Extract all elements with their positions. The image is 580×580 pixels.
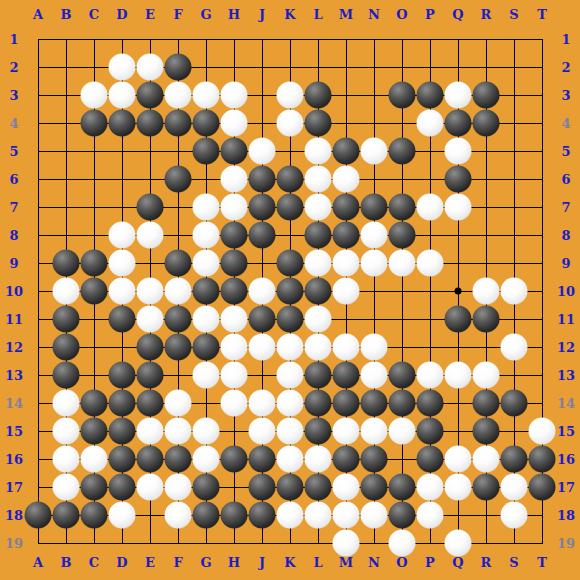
white-stone-N9 (361, 250, 388, 277)
black-stone-D14 (109, 390, 136, 417)
black-stone-K7 (277, 194, 304, 221)
black-stone-S16 (501, 446, 528, 473)
row-label-right-16: 16 (557, 452, 575, 467)
black-stone-M7 (333, 194, 360, 221)
col-label-top-G: G (200, 7, 211, 22)
col-label-top-Q: Q (452, 7, 463, 22)
white-stone-J10 (249, 278, 276, 305)
white-stone-S10 (501, 278, 528, 305)
white-stone-N15 (361, 418, 388, 445)
row-label-left-16: 16 (5, 452, 23, 467)
col-label-bottom-L: L (313, 555, 322, 570)
white-stone-J12 (249, 334, 276, 361)
row-label-left-11: 11 (5, 312, 23, 327)
black-stone-J17 (249, 474, 276, 501)
black-stone-B13 (53, 362, 80, 389)
black-stone-Q6 (445, 166, 472, 193)
white-stone-R10 (473, 278, 500, 305)
white-stone-P18 (417, 502, 444, 529)
black-stone-G4 (193, 110, 220, 137)
white-stone-G15 (193, 418, 220, 445)
row-label-left-8: 8 (9, 228, 18, 243)
black-stone-E13 (137, 362, 164, 389)
row-label-left-4: 4 (9, 116, 18, 131)
black-stone-E16 (137, 446, 164, 473)
white-stone-C3 (81, 82, 108, 109)
col-label-top-A: A (33, 7, 43, 22)
black-stone-E12 (137, 334, 164, 361)
row-label-left-12: 12 (5, 340, 23, 355)
white-stone-G3 (193, 82, 220, 109)
black-stone-Q11 (445, 306, 472, 333)
white-stone-F3 (165, 82, 192, 109)
black-stone-C17 (81, 474, 108, 501)
white-stone-E10 (137, 278, 164, 305)
white-stone-Q17 (445, 474, 472, 501)
white-stone-H14 (221, 390, 248, 417)
black-stone-K17 (277, 474, 304, 501)
black-stone-H8 (221, 222, 248, 249)
white-stone-E2 (137, 54, 164, 81)
white-stone-L6 (305, 166, 332, 193)
white-stone-D9 (109, 250, 136, 277)
white-stone-Q7 (445, 194, 472, 221)
black-stone-C9 (81, 250, 108, 277)
white-stone-B16 (53, 446, 80, 473)
col-label-top-F: F (173, 7, 182, 22)
white-stone-K3 (277, 82, 304, 109)
col-label-top-O: O (396, 7, 407, 22)
col-label-bottom-M: M (339, 555, 353, 570)
black-stone-L4 (305, 110, 332, 137)
col-label-top-J: J (259, 7, 265, 22)
row-label-left-1: 1 (9, 32, 18, 47)
white-stone-L16 (305, 446, 332, 473)
black-stone-D13 (109, 362, 136, 389)
black-stone-H16 (221, 446, 248, 473)
row-label-left-17: 17 (5, 480, 23, 495)
go-board-diagram: AABBCCDDEEFFGGHHJJKKLLMMNNOOPPQQRRSSTT11… (0, 0, 580, 580)
black-stone-N14 (361, 390, 388, 417)
black-stone-D16 (109, 446, 136, 473)
black-stone-R11 (473, 306, 500, 333)
white-stone-Q5 (445, 138, 472, 165)
black-stone-L17 (305, 474, 332, 501)
row-label-left-13: 13 (5, 368, 23, 383)
col-label-bottom-H: H (228, 555, 240, 570)
row-label-right-18: 18 (557, 508, 575, 523)
white-stone-E15 (137, 418, 164, 445)
black-stone-M16 (333, 446, 360, 473)
white-stone-H7 (221, 194, 248, 221)
white-stone-Q3 (445, 82, 472, 109)
black-stone-L13 (305, 362, 332, 389)
black-stone-G10 (193, 278, 220, 305)
black-stone-E7 (137, 194, 164, 221)
white-stone-B14 (53, 390, 80, 417)
white-stone-N13 (361, 362, 388, 389)
black-stone-J6 (249, 166, 276, 193)
black-stone-G17 (193, 474, 220, 501)
col-label-bottom-D: D (116, 555, 127, 570)
white-stone-K15 (277, 418, 304, 445)
black-stone-F2 (165, 54, 192, 81)
row-label-right-12: 12 (557, 340, 575, 355)
row-label-left-15: 15 (5, 424, 23, 439)
black-stone-R14 (473, 390, 500, 417)
black-stone-B9 (53, 250, 80, 277)
col-label-bottom-A: A (33, 555, 43, 570)
black-stone-F4 (165, 110, 192, 137)
black-stone-O3 (389, 82, 416, 109)
white-stone-D3 (109, 82, 136, 109)
row-label-left-2: 2 (9, 60, 18, 75)
row-label-right-8: 8 (561, 228, 570, 243)
black-stone-M5 (333, 138, 360, 165)
black-stone-E4 (137, 110, 164, 137)
row-label-left-7: 7 (9, 200, 18, 215)
col-label-bottom-E: E (145, 555, 155, 570)
white-stone-F14 (165, 390, 192, 417)
col-label-bottom-O: O (396, 555, 407, 570)
white-stone-D2 (109, 54, 136, 81)
black-stone-M8 (333, 222, 360, 249)
white-stone-S17 (501, 474, 528, 501)
white-stone-H3 (221, 82, 248, 109)
black-stone-B18 (53, 502, 80, 529)
white-stone-P4 (417, 110, 444, 137)
col-label-top-B: B (61, 7, 72, 22)
col-label-bottom-J: J (259, 555, 265, 570)
black-stone-C10 (81, 278, 108, 305)
white-stone-O19 (389, 530, 416, 557)
white-stone-D18 (109, 502, 136, 529)
black-stone-K10 (277, 278, 304, 305)
white-stone-J14 (249, 390, 276, 417)
black-stone-F16 (165, 446, 192, 473)
row-label-right-5: 5 (561, 144, 570, 159)
black-stone-P15 (417, 418, 444, 445)
col-label-bottom-S: S (509, 555, 518, 570)
col-label-top-L: L (313, 7, 322, 22)
black-stone-L3 (305, 82, 332, 109)
white-stone-Q16 (445, 446, 472, 473)
row-label-right-15: 15 (557, 424, 575, 439)
black-stone-C4 (81, 110, 108, 137)
white-stone-K14 (277, 390, 304, 417)
white-stone-F18 (165, 502, 192, 529)
col-label-top-R: R (481, 7, 492, 22)
white-stone-M10 (333, 278, 360, 305)
black-stone-M13 (333, 362, 360, 389)
white-stone-H11 (221, 306, 248, 333)
col-label-top-D: D (116, 7, 127, 22)
white-stone-M17 (333, 474, 360, 501)
white-stone-T15 (529, 418, 556, 445)
white-stone-G16 (193, 446, 220, 473)
black-stone-L8 (305, 222, 332, 249)
white-stone-C16 (81, 446, 108, 473)
black-stone-F12 (165, 334, 192, 361)
white-stone-B10 (53, 278, 80, 305)
white-stone-Q13 (445, 362, 472, 389)
black-stone-O8 (389, 222, 416, 249)
black-stone-O13 (389, 362, 416, 389)
white-stone-J5 (249, 138, 276, 165)
black-stone-O14 (389, 390, 416, 417)
white-stone-F15 (165, 418, 192, 445)
row-label-right-14: 14 (557, 396, 575, 411)
white-stone-L11 (305, 306, 332, 333)
black-stone-P16 (417, 446, 444, 473)
black-stone-H18 (221, 502, 248, 529)
white-stone-P7 (417, 194, 444, 221)
white-stone-K12 (277, 334, 304, 361)
black-stone-B12 (53, 334, 80, 361)
row-label-right-17: 17 (557, 480, 575, 495)
black-stone-S14 (501, 390, 528, 417)
white-stone-E11 (137, 306, 164, 333)
white-stone-G11 (193, 306, 220, 333)
white-stone-G7 (193, 194, 220, 221)
white-stone-R13 (473, 362, 500, 389)
white-stone-S18 (501, 502, 528, 529)
black-stone-H9 (221, 250, 248, 277)
black-stone-T17 (529, 474, 556, 501)
black-stone-Q4 (445, 110, 472, 137)
white-stone-G9 (193, 250, 220, 277)
black-stone-D11 (109, 306, 136, 333)
row-label-left-5: 5 (9, 144, 18, 159)
white-stone-G13 (193, 362, 220, 389)
black-stone-T16 (529, 446, 556, 473)
black-stone-R17 (473, 474, 500, 501)
black-stone-C15 (81, 418, 108, 445)
black-stone-G5 (193, 138, 220, 165)
col-label-bottom-G: G (200, 555, 211, 570)
row-label-left-19: 19 (5, 536, 23, 551)
row-label-left-3: 3 (9, 88, 18, 103)
white-stone-B17 (53, 474, 80, 501)
white-stone-N8 (361, 222, 388, 249)
white-stone-D8 (109, 222, 136, 249)
black-stone-C18 (81, 502, 108, 529)
black-stone-B11 (53, 306, 80, 333)
black-stone-N17 (361, 474, 388, 501)
white-stone-K16 (277, 446, 304, 473)
col-label-top-N: N (368, 7, 380, 22)
col-label-bottom-T: T (537, 555, 547, 570)
black-stone-R4 (473, 110, 500, 137)
col-label-top-S: S (509, 7, 518, 22)
white-stone-N18 (361, 502, 388, 529)
black-stone-R15 (473, 418, 500, 445)
black-stone-J16 (249, 446, 276, 473)
white-stone-M18 (333, 502, 360, 529)
white-stone-M9 (333, 250, 360, 277)
white-stone-L9 (305, 250, 332, 277)
black-stone-E3 (137, 82, 164, 109)
black-stone-O5 (389, 138, 416, 165)
col-label-top-H: H (228, 7, 240, 22)
black-stone-K6 (277, 166, 304, 193)
black-stone-L15 (305, 418, 332, 445)
black-stone-F6 (165, 166, 192, 193)
col-label-top-C: C (89, 7, 99, 22)
black-stone-J18 (249, 502, 276, 529)
white-stone-L5 (305, 138, 332, 165)
black-stone-D17 (109, 474, 136, 501)
grid-vline-O (402, 39, 403, 544)
col-label-bottom-N: N (368, 555, 380, 570)
white-stone-P17 (417, 474, 444, 501)
col-label-top-K: K (284, 7, 295, 22)
black-stone-C14 (81, 390, 108, 417)
row-label-right-7: 7 (561, 200, 570, 215)
white-stone-M12 (333, 334, 360, 361)
col-label-bottom-F: F (173, 555, 182, 570)
white-stone-B15 (53, 418, 80, 445)
white-stone-K4 (277, 110, 304, 137)
black-stone-F9 (165, 250, 192, 277)
black-stone-O7 (389, 194, 416, 221)
black-stone-J7 (249, 194, 276, 221)
black-stone-P14 (417, 390, 444, 417)
black-stone-N16 (361, 446, 388, 473)
white-stone-H13 (221, 362, 248, 389)
white-stone-M15 (333, 418, 360, 445)
col-label-bottom-R: R (481, 555, 492, 570)
white-stone-O9 (389, 250, 416, 277)
black-stone-J8 (249, 222, 276, 249)
row-label-right-9: 9 (561, 256, 570, 271)
white-stone-J15 (249, 418, 276, 445)
white-stone-H12 (221, 334, 248, 361)
white-stone-L7 (305, 194, 332, 221)
white-stone-K13 (277, 362, 304, 389)
row-label-right-4: 4 (561, 116, 570, 131)
black-stone-H5 (221, 138, 248, 165)
star-point-Q10 (455, 288, 462, 295)
black-stone-L14 (305, 390, 332, 417)
white-stone-K18 (277, 502, 304, 529)
white-stone-L18 (305, 502, 332, 529)
white-stone-E8 (137, 222, 164, 249)
white-stone-H4 (221, 110, 248, 137)
white-stone-H6 (221, 166, 248, 193)
row-label-right-2: 2 (561, 60, 570, 75)
white-stone-F10 (165, 278, 192, 305)
black-stone-K9 (277, 250, 304, 277)
black-stone-F11 (165, 306, 192, 333)
row-label-left-10: 10 (5, 284, 23, 299)
white-stone-N12 (361, 334, 388, 361)
row-label-left-9: 9 (9, 256, 18, 271)
col-label-top-T: T (537, 7, 547, 22)
row-label-right-19: 19 (557, 536, 575, 551)
col-label-top-M: M (339, 7, 353, 22)
black-stone-J11 (249, 306, 276, 333)
black-stone-G18 (193, 502, 220, 529)
row-label-right-6: 6 (561, 172, 570, 187)
white-stone-L12 (305, 334, 332, 361)
row-label-left-14: 14 (5, 396, 23, 411)
white-stone-E17 (137, 474, 164, 501)
black-stone-G12 (193, 334, 220, 361)
white-stone-P13 (417, 362, 444, 389)
black-stone-H10 (221, 278, 248, 305)
black-stone-O17 (389, 474, 416, 501)
black-stone-E14 (137, 390, 164, 417)
black-stone-O18 (389, 502, 416, 529)
white-stone-S12 (501, 334, 528, 361)
row-label-right-3: 3 (561, 88, 570, 103)
row-label-right-10: 10 (557, 284, 575, 299)
white-stone-F17 (165, 474, 192, 501)
black-stone-L10 (305, 278, 332, 305)
white-stone-G8 (193, 222, 220, 249)
black-stone-A18 (25, 502, 52, 529)
col-label-bottom-Q: Q (452, 555, 463, 570)
white-stone-R16 (473, 446, 500, 473)
white-stone-D10 (109, 278, 136, 305)
black-stone-D4 (109, 110, 136, 137)
col-label-bottom-K: K (284, 555, 295, 570)
row-label-left-18: 18 (5, 508, 23, 523)
black-stone-P3 (417, 82, 444, 109)
row-label-right-11: 11 (557, 312, 575, 327)
black-stone-N7 (361, 194, 388, 221)
white-stone-Q19 (445, 530, 472, 557)
col-label-bottom-B: B (61, 555, 72, 570)
row-label-left-6: 6 (9, 172, 18, 187)
col-label-top-E: E (145, 7, 155, 22)
black-stone-K11 (277, 306, 304, 333)
white-stone-P9 (417, 250, 444, 277)
black-stone-M14 (333, 390, 360, 417)
col-label-bottom-C: C (89, 555, 99, 570)
col-label-top-P: P (425, 7, 435, 22)
white-stone-M6 (333, 166, 360, 193)
white-stone-O15 (389, 418, 416, 445)
black-stone-R3 (473, 82, 500, 109)
row-label-right-1: 1 (561, 32, 570, 47)
col-label-bottom-P: P (425, 555, 435, 570)
white-stone-M19 (333, 530, 360, 557)
black-stone-D15 (109, 418, 136, 445)
row-label-right-13: 13 (557, 368, 575, 383)
white-stone-N5 (361, 138, 388, 165)
